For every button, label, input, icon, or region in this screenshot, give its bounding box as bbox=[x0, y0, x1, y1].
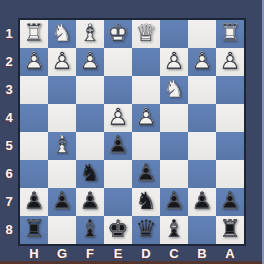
square-b1[interactable] bbox=[188, 20, 216, 48]
square-a4[interactable] bbox=[216, 104, 244, 132]
white-queen-outline: ♕ bbox=[132, 20, 160, 48]
black-king-outline: ♔ bbox=[104, 216, 132, 244]
white-pawn[interactable]: ♟♙ bbox=[216, 48, 244, 76]
square-b4[interactable] bbox=[188, 104, 216, 132]
square-b8[interactable] bbox=[188, 216, 216, 244]
square-a5[interactable] bbox=[216, 132, 244, 160]
white-king[interactable]: ♚♔ bbox=[104, 20, 132, 48]
square-c3[interactable]: ♞♘ bbox=[160, 76, 188, 104]
white-pawn[interactable]: ♟♙ bbox=[132, 104, 160, 132]
square-d8[interactable]: ♛♕ bbox=[132, 216, 160, 244]
square-h4[interactable] bbox=[20, 104, 48, 132]
black-pawn[interactable]: ♟♙ bbox=[132, 160, 160, 188]
black-knight[interactable]: ♞♘ bbox=[132, 188, 160, 216]
black-bishop-outline: ♗ bbox=[76, 216, 104, 244]
square-f3[interactable] bbox=[76, 76, 104, 104]
frame-edge-right bbox=[262, 0, 264, 264]
white-pawn-outline: ♙ bbox=[20, 48, 48, 76]
black-rook-outline: ♖ bbox=[216, 216, 244, 244]
white-pawn-outline: ♙ bbox=[216, 48, 244, 76]
square-e6[interactable] bbox=[104, 160, 132, 188]
square-b7[interactable]: ♟♙ bbox=[188, 188, 216, 216]
square-e3[interactable] bbox=[104, 76, 132, 104]
white-knight-outline: ♘ bbox=[160, 76, 188, 104]
square-b5[interactable] bbox=[188, 132, 216, 160]
square-e7[interactable] bbox=[104, 188, 132, 216]
square-h6[interactable] bbox=[20, 160, 48, 188]
white-rook[interactable]: ♜♖ bbox=[20, 20, 48, 48]
black-knight-outline: ♘ bbox=[76, 160, 104, 188]
square-h5[interactable] bbox=[20, 132, 48, 160]
square-e1[interactable]: ♚♔ bbox=[104, 20, 132, 48]
square-h8[interactable]: ♜♖ bbox=[20, 216, 48, 244]
square-a2[interactable]: ♟♙ bbox=[216, 48, 244, 76]
black-rook-outline: ♖ bbox=[20, 216, 48, 244]
rank-label-8: 8 bbox=[0, 216, 18, 244]
white-pawn[interactable]: ♟♙ bbox=[160, 48, 188, 76]
square-e5[interactable]: ♟♙ bbox=[104, 132, 132, 160]
square-e2[interactable] bbox=[104, 48, 132, 76]
square-d3[interactable] bbox=[132, 76, 160, 104]
black-pawn[interactable]: ♟♙ bbox=[160, 188, 188, 216]
square-f5[interactable] bbox=[76, 132, 104, 160]
square-g5[interactable]: ♝♗ bbox=[48, 132, 76, 160]
white-bishop[interactable]: ♝♗ bbox=[76, 20, 104, 48]
white-bishop-outline: ♗ bbox=[76, 20, 104, 48]
square-f7[interactable]: ♟♙ bbox=[76, 188, 104, 216]
square-g2[interactable]: ♟♙ bbox=[48, 48, 76, 76]
square-g6[interactable] bbox=[48, 160, 76, 188]
black-pawn[interactable]: ♟♙ bbox=[20, 188, 48, 216]
square-f8[interactable]: ♝♗ bbox=[76, 216, 104, 244]
white-pawn[interactable]: ♟♙ bbox=[20, 48, 48, 76]
white-pawn-outline: ♙ bbox=[132, 104, 160, 132]
black-pawn-outline: ♙ bbox=[48, 188, 76, 216]
white-knight[interactable]: ♞♘ bbox=[48, 20, 76, 48]
black-bishop[interactable]: ♝♗ bbox=[76, 216, 104, 244]
white-king-outline: ♔ bbox=[104, 20, 132, 48]
white-knight[interactable]: ♞♘ bbox=[160, 76, 188, 104]
square-c5[interactable] bbox=[160, 132, 188, 160]
black-pawn-outline: ♙ bbox=[188, 188, 216, 216]
black-queen[interactable]: ♛♕ bbox=[132, 216, 160, 244]
black-pawn[interactable]: ♟♙ bbox=[216, 188, 244, 216]
black-king[interactable]: ♚♔ bbox=[104, 216, 132, 244]
square-c2[interactable]: ♟♙ bbox=[160, 48, 188, 76]
white-pawn-outline: ♙ bbox=[104, 104, 132, 132]
black-pawn-outline: ♙ bbox=[76, 188, 104, 216]
square-b2[interactable]: ♟♙ bbox=[188, 48, 216, 76]
rank-label-7: 7 bbox=[0, 188, 18, 216]
rank-label-6: 6 bbox=[0, 160, 18, 188]
white-rook-outline: ♖ bbox=[20, 20, 48, 48]
white-bishop[interactable]: ♝♗ bbox=[48, 132, 76, 160]
square-f2[interactable]: ♟♙ bbox=[76, 48, 104, 76]
square-d5[interactable] bbox=[132, 132, 160, 160]
white-rook[interactable]: ♜♖ bbox=[216, 20, 244, 48]
white-queen[interactable]: ♛♕ bbox=[132, 20, 160, 48]
rank-label-3: 3 bbox=[0, 76, 18, 104]
square-c7[interactable]: ♟♙ bbox=[160, 188, 188, 216]
square-c1[interactable] bbox=[160, 20, 188, 48]
black-pawn[interactable]: ♟♙ bbox=[188, 188, 216, 216]
square-g1[interactable]: ♞♘ bbox=[48, 20, 76, 48]
rank-labels: 12345678 bbox=[0, 20, 18, 244]
black-knight[interactable]: ♞♘ bbox=[76, 160, 104, 188]
chess-diagram: 12345678 HGFEDCBA ♜♖♞♘♝♗♚♔♛♕♜♖♟♙♟♙♟♙♟♙♟♙… bbox=[0, 0, 264, 264]
square-f1[interactable]: ♝♗ bbox=[76, 20, 104, 48]
black-rook[interactable]: ♜♖ bbox=[216, 216, 244, 244]
black-pawn[interactable]: ♟♙ bbox=[76, 188, 104, 216]
white-pawn[interactable]: ♟♙ bbox=[76, 48, 104, 76]
square-d1[interactable]: ♛♕ bbox=[132, 20, 160, 48]
square-f6[interactable]: ♞♘ bbox=[76, 160, 104, 188]
white-pawn[interactable]: ♟♙ bbox=[48, 48, 76, 76]
square-a8[interactable]: ♜♖ bbox=[216, 216, 244, 244]
square-g3[interactable] bbox=[48, 76, 76, 104]
rank-label-5: 5 bbox=[0, 132, 18, 160]
rank-label-2: 2 bbox=[0, 48, 18, 76]
square-d4[interactable]: ♟♙ bbox=[132, 104, 160, 132]
black-bishop-outline: ♗ bbox=[160, 216, 188, 244]
white-knight-outline: ♘ bbox=[48, 20, 76, 48]
black-queen-outline: ♕ bbox=[132, 216, 160, 244]
white-pawn[interactable]: ♟♙ bbox=[104, 104, 132, 132]
black-pawn-outline: ♙ bbox=[104, 132, 132, 160]
black-pawn-outline: ♙ bbox=[160, 188, 188, 216]
square-d7[interactable]: ♞♘ bbox=[132, 188, 160, 216]
square-h2[interactable]: ♟♙ bbox=[20, 48, 48, 76]
white-pawn[interactable]: ♟♙ bbox=[188, 48, 216, 76]
square-g8[interactable] bbox=[48, 216, 76, 244]
black-bishop[interactable]: ♝♗ bbox=[160, 216, 188, 244]
square-h7[interactable]: ♟♙ bbox=[20, 188, 48, 216]
black-pawn[interactable]: ♟♙ bbox=[48, 188, 76, 216]
square-a7[interactable]: ♟♙ bbox=[216, 188, 244, 216]
black-pawn[interactable]: ♟♙ bbox=[104, 132, 132, 160]
square-a1[interactable]: ♜♖ bbox=[216, 20, 244, 48]
square-c8[interactable]: ♝♗ bbox=[160, 216, 188, 244]
square-d6[interactable]: ♟♙ bbox=[132, 160, 160, 188]
white-pawn-outline: ♙ bbox=[160, 48, 188, 76]
white-pawn-outline: ♙ bbox=[48, 48, 76, 76]
black-pawn-outline: ♙ bbox=[20, 188, 48, 216]
square-g4[interactable] bbox=[48, 104, 76, 132]
white-rook-outline: ♖ bbox=[216, 20, 244, 48]
white-pawn-outline: ♙ bbox=[76, 48, 104, 76]
black-rook[interactable]: ♜♖ bbox=[20, 216, 48, 244]
black-knight-outline: ♘ bbox=[132, 188, 160, 216]
square-a3[interactable] bbox=[216, 76, 244, 104]
black-pawn-outline: ♙ bbox=[216, 188, 244, 216]
square-b3[interactable] bbox=[188, 76, 216, 104]
square-c4[interactable] bbox=[160, 104, 188, 132]
square-d2[interactable] bbox=[132, 48, 160, 76]
black-pawn-outline: ♙ bbox=[132, 160, 160, 188]
rank-label-4: 4 bbox=[0, 104, 18, 132]
square-b6[interactable] bbox=[188, 160, 216, 188]
square-h1[interactable]: ♜♖ bbox=[20, 20, 48, 48]
white-bishop-outline: ♗ bbox=[48, 132, 76, 160]
white-pawn-outline: ♙ bbox=[188, 48, 216, 76]
square-e8[interactable]: ♚♔ bbox=[104, 216, 132, 244]
rank-label-1: 1 bbox=[0, 20, 18, 48]
chess-board: ♜♖♞♘♝♗♚♔♛♕♜♖♟♙♟♙♟♙♟♙♟♙♟♙♞♘♟♙♟♙♝♗♟♙♞♘♟♙♟♙… bbox=[18, 18, 246, 246]
square-f4[interactable] bbox=[76, 104, 104, 132]
square-g7[interactable]: ♟♙ bbox=[48, 188, 76, 216]
square-a6[interactable] bbox=[216, 160, 244, 188]
square-h3[interactable] bbox=[20, 76, 48, 104]
square-c6[interactable] bbox=[160, 160, 188, 188]
square-e4[interactable]: ♟♙ bbox=[104, 104, 132, 132]
